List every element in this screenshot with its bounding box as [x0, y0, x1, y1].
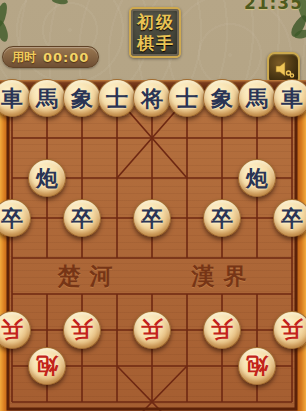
piece-red-兵-f8r6[interactable]: 兵 — [273, 311, 306, 349]
piece-character: 兵 — [71, 319, 93, 341]
piece-black-卒-f8r3[interactable]: 卒 — [273, 199, 306, 237]
piece-character: 兵 — [211, 319, 233, 341]
piece-black-卒-f6r3[interactable]: 卒 — [203, 199, 241, 237]
piece-character: 炮 — [246, 167, 268, 189]
piece-character: 炮 — [36, 355, 58, 377]
piece-black-象-f6r0[interactable]: 象 — [203, 79, 241, 117]
piece-black-車-f8r0[interactable]: 車 — [273, 79, 306, 117]
piece-character: 象 — [71, 87, 93, 109]
piece-black-士-f5r0[interactable]: 士 — [168, 79, 206, 117]
piece-character: 士 — [176, 87, 198, 109]
piece-character: 卒 — [1, 207, 23, 229]
piece-character: 兵 — [281, 319, 303, 341]
piece-character: 炮 — [36, 167, 58, 189]
river-label-han-jie: 漢界 — [182, 259, 256, 293]
piece-red-兵-f2r6[interactable]: 兵 — [63, 311, 101, 349]
piece-character: 兵 — [1, 319, 23, 341]
piece-black-士-f3r0[interactable]: 士 — [98, 79, 136, 117]
piece-red-炮-f1r7[interactable]: 炮 — [28, 347, 66, 385]
piece-black-炮-f1r2[interactable]: 炮 — [28, 159, 66, 197]
piece-character: 士 — [106, 87, 128, 109]
piece-character: 象 — [211, 87, 233, 109]
piece-black-馬-f1r0[interactable]: 馬 — [28, 79, 66, 117]
piece-character: 将 — [141, 87, 163, 109]
piece-black-象-f2r0[interactable]: 象 — [63, 79, 101, 117]
piece-red-兵-f6r6[interactable]: 兵 — [203, 311, 241, 349]
piece-black-馬-f7r0[interactable]: 馬 — [238, 79, 276, 117]
piece-character: 卒 — [71, 207, 93, 229]
piece-character: 卒 — [281, 207, 303, 229]
piece-black-炮-f7r2[interactable]: 炮 — [238, 159, 276, 197]
piece-character: 炮 — [246, 355, 268, 377]
piece-black-将-f4r0[interactable]: 将 — [133, 79, 171, 117]
piece-character: 車 — [1, 87, 23, 109]
piece-character: 馬 — [36, 87, 58, 109]
piece-black-卒-f2r3[interactable]: 卒 — [63, 199, 101, 237]
piece-character: 馬 — [246, 87, 268, 109]
piece-character: 兵 — [141, 319, 163, 341]
piece-character: 卒 — [211, 207, 233, 229]
river-label-chu-he: 楚河 — [48, 259, 122, 293]
piece-character: 車 — [281, 87, 303, 109]
game-screen: 21:35 初级 棋手 用时 00:00 — [0, 0, 306, 411]
piece-character: 卒 — [141, 207, 163, 229]
piece-red-兵-f4r6[interactable]: 兵 — [133, 311, 171, 349]
piece-red-炮-f7r7[interactable]: 炮 — [238, 347, 276, 385]
piece-black-卒-f4r3[interactable]: 卒 — [133, 199, 171, 237]
